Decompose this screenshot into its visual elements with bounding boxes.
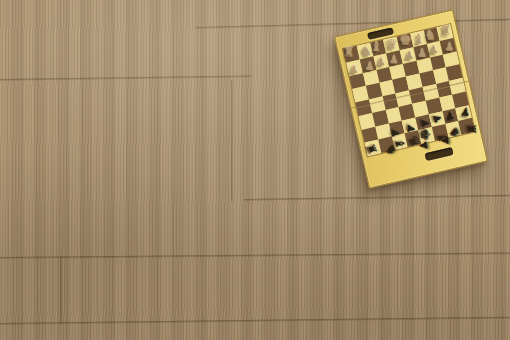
piece-white-bishop[interactable]: ♝ [370, 39, 382, 53]
plank-seam [0, 317, 510, 325]
piece-black-rook[interactable]: ♜ [363, 141, 379, 157]
piece-black-pawn[interactable]: ♟ [440, 135, 450, 146]
piece-black-rook[interactable]: ♜ [465, 123, 477, 136]
piece-white-rook[interactable]: ♜ [343, 45, 355, 58]
piece-white-pawn[interactable]: ♟ [444, 41, 454, 52]
piece-white-king[interactable]: ♚ [399, 32, 412, 46]
plank-end-joint [60, 257, 62, 324]
piece-white-pawn[interactable]: ♟ [349, 63, 359, 74]
piece-white-pawn[interactable]: ♟ [417, 47, 427, 58]
piece-white-pawn[interactable]: ♟ [376, 56, 386, 67]
piece-black-pawn[interactable]: ♟ [405, 123, 416, 134]
piece-white-bishop[interactable]: ♝ [412, 32, 424, 45]
piece-black-pawn[interactable]: ♟ [418, 140, 429, 152]
piece-white-pawn[interactable]: ♟ [429, 43, 439, 55]
piece-white-rook[interactable]: ♜ [440, 24, 452, 37]
piece-white-knight[interactable]: ♞ [425, 28, 437, 41]
piece-white-queen[interactable]: ♛ [385, 37, 398, 51]
piece-black-pawn[interactable]: ♟ [420, 118, 430, 129]
piece-black-pawn[interactable]: ♟ [391, 128, 401, 139]
piece-black-pawn[interactable]: ♟ [445, 110, 456, 122]
plank-end-joint [231, 80, 233, 201]
plank-seam [0, 252, 510, 259]
piece-white-pawn[interactable]: ♟ [364, 60, 374, 72]
piece-white-pawn[interactable]: ♟ [404, 49, 414, 60]
plank-seam [0, 75, 252, 81]
piece-black-pawn[interactable]: ♟ [460, 106, 471, 118]
plank-seam [196, 19, 510, 29]
piece-white-pawn[interactable]: ♟ [389, 54, 399, 65]
photo-scene: ♜♞♝♛♚♝♞♜♟♟♟♟♟♟♟♟♜♞♝♛♚♝♞♜♟♟♟♟♟♟♟♟ [0, 0, 510, 340]
plank-seam [244, 195, 510, 201]
